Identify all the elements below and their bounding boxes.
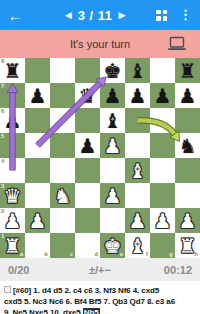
piece-white-knight: ♞ <box>50 183 75 208</box>
piece-black-knight: ♞ <box>175 133 200 158</box>
piece-white-pawn: ♟ <box>125 208 150 233</box>
square-a7[interactable]: 7 <box>0 83 25 108</box>
square-f2[interactable]: ♟ <box>125 208 150 233</box>
square-a2[interactable]: 2♟ <box>0 208 25 233</box>
square-f5[interactable] <box>125 133 150 158</box>
square-d2[interactable] <box>75 208 100 233</box>
previous-puzzle-button[interactable]: ◀ <box>65 0 72 30</box>
square-f8[interactable]: ♝ <box>125 58 150 83</box>
square-d1[interactable]: d <box>75 233 100 258</box>
square-g8[interactable] <box>150 58 175 83</box>
square-h7[interactable]: ♟ <box>175 83 200 108</box>
square-c2[interactable] <box>50 208 75 233</box>
square-b5[interactable] <box>25 133 50 158</box>
puzzle-counter: 3 / 11 <box>78 8 113 23</box>
status-bar: 0/20 ±/+− 00:12 <box>0 258 200 281</box>
square-f6[interactable] <box>125 108 150 133</box>
timer: 00:12 <box>164 264 192 276</box>
square-c7[interactable] <box>50 83 75 108</box>
square-a3[interactable]: 3♛ <box>0 183 25 208</box>
move-list-line: cxd5 5. Nc3 Nc6 6. Bf4 Bf5 7. Qb3 Qd7 8.… <box>4 296 196 307</box>
square-e8[interactable]: ♚ <box>100 58 125 83</box>
piece-white-pawn: ♟ <box>175 208 200 233</box>
back-arrow-icon: ← <box>8 7 23 24</box>
chess-board-area: 8♜♚♝♜7♟♛♟♟♟♟6♟♝5♟♟♞4♝3♛♞♟2♟♟♟♟♟1a♜bcde♚f… <box>0 58 200 258</box>
square-b7[interactable]: ♟ <box>25 83 50 108</box>
square-c6[interactable] <box>50 108 75 133</box>
piece-white-bishop: ♝ <box>125 233 150 258</box>
puzzle-list-grid-button[interactable] <box>156 10 167 21</box>
square-a1[interactable]: 1a♜ <box>0 233 25 258</box>
piece-white-king: ♚ <box>100 233 125 258</box>
grid-square <box>156 10 161 15</box>
move-list-marker-icon <box>4 286 11 293</box>
square-h3[interactable] <box>175 183 200 208</box>
square-e2[interactable] <box>100 208 125 233</box>
square-h6[interactable] <box>175 108 200 133</box>
square-h5[interactable]: ♞ <box>175 133 200 158</box>
square-b1[interactable]: b <box>25 233 50 258</box>
square-g5[interactable] <box>150 133 175 158</box>
square-g3[interactable] <box>150 183 175 208</box>
rank-label: 4 <box>1 158 4 165</box>
square-e6[interactable]: ♝ <box>100 108 125 133</box>
square-e4[interactable] <box>100 158 125 183</box>
computer-icon <box>167 36 187 54</box>
square-g1[interactable]: g <box>150 233 175 258</box>
piece-black-pawn: ♟ <box>0 108 25 133</box>
square-h8[interactable]: ♜ <box>175 58 200 83</box>
square-d8[interactable] <box>75 58 100 83</box>
piece-white-pawn: ♟ <box>25 208 50 233</box>
file-label: d <box>94 251 98 258</box>
top-app-bar: ← ◀ 3 / 11 ▶ ⋮ <box>0 0 200 30</box>
turn-banner: It's your turn <box>0 30 200 58</box>
square-a5[interactable]: 5 <box>0 133 25 158</box>
square-e7[interactable]: ♟ <box>100 83 125 108</box>
grid-square <box>163 16 168 21</box>
move-list[interactable]: [#60] 1. d4 d5 2. c4 c6 3. Nf3 Nf6 4. cx… <box>0 281 200 314</box>
square-b2[interactable]: ♟ <box>25 208 50 233</box>
file-label: g <box>169 251 173 258</box>
moves-text-3: 9. Ne5 Nxe5 10. dxe5 <box>4 308 83 314</box>
grid-square <box>163 10 168 15</box>
piece-white-queen: ♛ <box>0 183 25 208</box>
square-f4[interactable]: ♝ <box>125 158 150 183</box>
square-a4[interactable]: 4 <box>0 158 25 183</box>
square-f3[interactable] <box>125 183 150 208</box>
square-e3[interactable]: ♟ <box>100 183 125 208</box>
square-b4[interactable] <box>25 158 50 183</box>
square-h2[interactable]: ♟ <box>175 208 200 233</box>
square-f1[interactable]: f♝ <box>125 233 150 258</box>
piece-black-queen: ♛ <box>75 83 100 108</box>
piece-white-pawn: ♟ <box>100 133 125 158</box>
move-list-line: 9. Ne5 Nxe5 10. dxe5 Nh5 <box>4 307 196 314</box>
square-c8[interactable] <box>50 58 75 83</box>
kebab-icon: ⋮ <box>179 7 192 22</box>
square-a6[interactable]: 6♟ <box>0 108 25 133</box>
next-puzzle-button[interactable]: ▶ <box>119 0 126 30</box>
piece-black-rook: ♜ <box>0 58 25 83</box>
piece-black-pawn: ♟ <box>175 83 200 108</box>
file-label: c <box>70 251 73 258</box>
square-g2[interactable]: ♟ <box>150 208 175 233</box>
moves-text-2: cxd5 5. Nc3 Nc6 6. Bf4 Bf5 7. Qb3 Qd7 8.… <box>4 297 175 306</box>
piece-white-bishop: ♝ <box>125 158 150 183</box>
square-b6[interactable] <box>25 108 50 133</box>
square-h1[interactable]: h♜ <box>175 233 200 258</box>
square-e1[interactable]: e♚ <box>100 233 125 258</box>
evaluation-label: ±/+− <box>89 264 111 276</box>
square-a8[interactable]: 8♜ <box>0 58 25 83</box>
piece-black-king: ♚ <box>100 58 125 83</box>
square-d6[interactable] <box>75 108 100 133</box>
piece-black-pawn: ♟ <box>100 83 125 108</box>
score-counter: 0/20 <box>8 264 29 276</box>
square-g7[interactable]: ♟ <box>150 83 175 108</box>
piece-white-pawn: ♟ <box>150 208 175 233</box>
turn-banner-text: It's your turn <box>70 38 130 50</box>
grid-square <box>156 16 161 21</box>
piece-white-rook: ♜ <box>175 233 200 258</box>
square-d7[interactable]: ♛ <box>75 83 100 108</box>
square-g6[interactable] <box>150 108 175 133</box>
square-c5[interactable] <box>50 133 75 158</box>
piece-black-pawn: ♟ <box>25 83 50 108</box>
piece-black-bishop: ♝ <box>125 58 150 83</box>
current-move-highlight: Nh5 <box>83 308 100 314</box>
piece-white-rook: ♜ <box>0 233 25 258</box>
square-d5[interactable]: ♟ <box>75 133 100 158</box>
square-f7[interactable]: ♟ <box>125 83 150 108</box>
puzzle-navigator: ◀ 3 / 11 ▶ <box>65 0 126 30</box>
piece-black-pawn: ♟ <box>75 133 100 158</box>
rank-label: 7 <box>1 83 4 90</box>
square-d3[interactable] <box>75 183 100 208</box>
puzzle-id: [#60] <box>13 286 31 295</box>
square-d4[interactable] <box>75 158 100 183</box>
piece-black-bishop: ♝ <box>100 108 125 133</box>
square-h4[interactable] <box>175 158 200 183</box>
back-button[interactable]: ← <box>0 7 30 24</box>
chess-board[interactable]: 8♜♚♝♜7♟♛♟♟♟♟6♟♝5♟♟♞4♝3♛♞♟2♟♟♟♟♟1a♜bcde♚f… <box>0 58 200 258</box>
square-b3[interactable] <box>25 183 50 208</box>
move-list-line: [#60] 1. d4 d5 2. c4 c6 3. Nf3 Nf6 4. cx… <box>4 285 196 296</box>
overflow-menu-button[interactable]: ⋮ <box>177 0 194 30</box>
rank-label: 5 <box>1 133 4 140</box>
moves-text-1: 1. d4 d5 2. c4 c6 3. Nf3 Nf6 4. cxd5 <box>33 286 159 295</box>
piece-black-rook: ♜ <box>175 58 200 83</box>
piece-white-pawn: ♟ <box>100 183 125 208</box>
square-e5[interactable]: ♟ <box>100 133 125 158</box>
file-label: b <box>44 251 48 258</box>
square-c1[interactable]: c <box>50 233 75 258</box>
piece-white-pawn: ♟ <box>0 208 25 233</box>
square-g4[interactable] <box>150 158 175 183</box>
piece-black-pawn: ♟ <box>150 83 175 108</box>
square-b8[interactable] <box>25 58 50 83</box>
square-c3[interactable]: ♞ <box>50 183 75 208</box>
square-c4[interactable] <box>50 158 75 183</box>
piece-black-pawn: ♟ <box>125 83 150 108</box>
